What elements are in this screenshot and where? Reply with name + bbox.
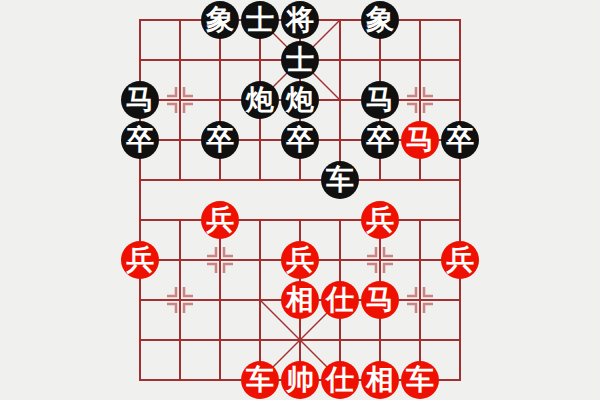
piece-black-soldier[interactable]: 卒 [121, 121, 159, 159]
piece-red-soldier[interactable]: 兵 [201, 201, 239, 239]
piece-black-soldier[interactable]: 卒 [361, 121, 399, 159]
piece-black-soldier[interactable]: 卒 [281, 121, 319, 159]
piece-red-advisor[interactable]: 仕 [321, 361, 359, 399]
piece-red-soldier[interactable]: 兵 [361, 201, 399, 239]
piece-black-cannon[interactable]: 炮 [241, 81, 279, 119]
piece-red-soldier[interactable]: 兵 [281, 241, 319, 279]
piece-red-soldier[interactable]: 兵 [441, 241, 479, 279]
piece-red-chariot[interactable]: 车 [241, 361, 279, 399]
piece-black-general[interactable]: 将 [281, 1, 319, 39]
piece-red-soldier[interactable]: 兵 [121, 241, 159, 279]
board-intersections[interactable]: 象士将象士马炮炮马卒卒卒卒马卒车兵兵兵兵兵相仕马车帅仕相车 [120, 0, 480, 400]
piece-black-soldier[interactable]: 卒 [201, 121, 239, 159]
piece-black-cannon[interactable]: 炮 [281, 81, 319, 119]
piece-red-elephant[interactable]: 相 [361, 361, 399, 399]
piece-red-horse[interactable]: 马 [401, 121, 439, 159]
piece-black-elephant[interactable]: 象 [361, 1, 399, 39]
piece-black-soldier[interactable]: 卒 [441, 121, 479, 159]
piece-red-horse[interactable]: 马 [361, 281, 399, 319]
piece-black-advisor[interactable]: 士 [281, 41, 319, 79]
piece-red-general[interactable]: 帅 [281, 361, 319, 399]
piece-black-elephant[interactable]: 象 [201, 1, 239, 39]
piece-red-chariot[interactable]: 车 [401, 361, 439, 399]
piece-red-elephant[interactable]: 相 [281, 281, 319, 319]
piece-black-advisor[interactable]: 士 [241, 1, 279, 39]
xiangqi-board: 象士将象士马炮炮马卒卒卒卒马卒车兵兵兵兵兵相仕马车帅仕相车 [0, 0, 600, 400]
piece-red-advisor[interactable]: 仕 [321, 281, 359, 319]
xiangqi-app: 象士将象士马炮炮马卒卒卒卒马卒车兵兵兵兵兵相仕马车帅仕相车 [0, 0, 600, 400]
piece-black-chariot[interactable]: 车 [321, 161, 359, 199]
piece-black-horse[interactable]: 马 [121, 81, 159, 119]
piece-black-horse[interactable]: 马 [361, 81, 399, 119]
